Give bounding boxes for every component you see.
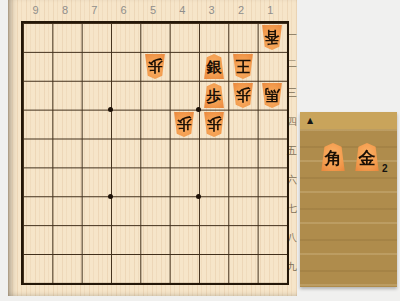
file-label-9: 9 — [21, 2, 50, 19]
file-label-3: 3 — [197, 2, 226, 19]
hand-piece-gold-count: 2 — [382, 163, 388, 174]
sente-turn-marker: ▲ — [307, 116, 313, 125]
hand-stand-header: ▲ — [300, 112, 397, 129]
piece-gote-pawn-5b[interactable]: 歩 — [144, 54, 166, 79]
piece-gote-promoted-bishop-1c[interactable]: 馬 — [261, 83, 283, 108]
hoshi-dot — [196, 107, 201, 112]
hoshi-dot — [196, 194, 201, 199]
piece-gote-pawn-2c[interactable]: 歩 — [232, 83, 254, 108]
hoshi-dot — [108, 194, 113, 199]
file-label-8: 8 — [50, 2, 79, 19]
file-label-2: 2 — [226, 2, 255, 19]
piece-gote-king-2b[interactable]: 王 — [232, 54, 254, 79]
file-label-4: 4 — [168, 2, 197, 19]
file-label-6: 6 — [109, 2, 138, 19]
hand-piece-gold[interactable]: 金 — [354, 143, 380, 171]
piece-sente-silver-3b[interactable]: 銀 — [203, 54, 225, 79]
file-label-5: 5 — [138, 2, 167, 19]
hand-piece-bishop[interactable]: 角 — [320, 143, 346, 171]
board-grid[interactable]: 香 歩 銀 王 歩 歩 馬 歩 歩 — [21, 21, 289, 285]
shogi-board-panel: 9 8 7 6 5 4 3 2 1 一 二 三 四 五 六 七 八 九 香 歩 … — [8, 0, 297, 296]
hand-stand-body: 角 金 2 — [300, 129, 397, 287]
piece-sente-pawn-3c[interactable]: 歩 — [203, 83, 225, 108]
sente-hand-stand: ▲ 角 金 2 — [300, 112, 397, 287]
file-label-1: 1 — [256, 2, 285, 19]
hoshi-dot — [108, 107, 113, 112]
piece-gote-lance-1a[interactable]: 香 — [261, 25, 283, 50]
piece-gote-pawn-4d[interactable]: 歩 — [173, 112, 195, 137]
file-labels: 9 8 7 6 5 4 3 2 1 — [21, 2, 285, 19]
piece-gote-pawn-3d[interactable]: 歩 — [203, 112, 225, 137]
file-label-7: 7 — [80, 2, 109, 19]
